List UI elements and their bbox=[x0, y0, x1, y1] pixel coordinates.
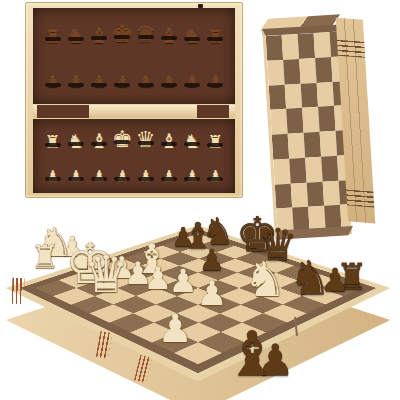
piece-white-knight-f3[interactable]: ♞ bbox=[244, 255, 287, 303]
bishop-icon: ♝ bbox=[160, 26, 178, 46]
folded-checker-cell bbox=[317, 81, 334, 107]
tray-piece-dark-pawn[interactable]: ♟ bbox=[181, 75, 203, 90]
tray-piece-dark-bishop[interactable]: ♝ bbox=[88, 26, 110, 46]
tray-light-pieces: ♜♞♝♚♛♝♞♜ ♟♟♟♟♟♟♟♟ bbox=[33, 119, 235, 193]
tray-piece-light-pawn[interactable]: ♟ bbox=[204, 169, 226, 184]
tray-piece-dark-bishop[interactable]: ♝ bbox=[158, 26, 180, 46]
king-icon: ♚ bbox=[112, 23, 133, 46]
folded-checker-cell bbox=[307, 181, 324, 207]
spine-inlay-stripes-bottom bbox=[346, 189, 374, 207]
pawn-icon: ♟ bbox=[185, 169, 198, 184]
tray-dark-pawn-row: ♟♟♟♟♟♟♟♟ bbox=[33, 75, 235, 90]
knight-icon: ♞ bbox=[67, 132, 84, 151]
storage-box-open[interactable]: ♜♞♝♚♛♝♞♜ ♟♟♟♟♟♟♟♟ ♜♞♝♚♛♝♞♜ ♟♟♟♟♟♟♟♟ bbox=[25, 2, 243, 198]
tray-piece-light-king[interactable]: ♚ bbox=[111, 128, 133, 151]
piece-white-pawn-d5[interactable]: ♟ bbox=[144, 263, 172, 294]
folded-checker-cell bbox=[301, 82, 318, 108]
folded-checker-cell bbox=[321, 156, 338, 182]
pawn-icon: ♟ bbox=[69, 169, 82, 184]
tray-piece-dark-king[interactable]: ♚ bbox=[111, 23, 133, 46]
tray-piece-dark-knight[interactable]: ♞ bbox=[65, 27, 87, 46]
tray-piece-dark-pawn[interactable]: ♟ bbox=[204, 75, 226, 90]
pawn-icon: ♟ bbox=[116, 75, 129, 90]
folded-checker-cell bbox=[302, 107, 319, 133]
pawn-icon: ♟ bbox=[162, 75, 175, 90]
box-hinge-bar bbox=[33, 105, 235, 118]
piece-dark-knight-g2[interactable]: ♞ bbox=[289, 254, 331, 301]
folded-checker-cell bbox=[305, 157, 322, 183]
pawn-icon: ♟ bbox=[46, 75, 59, 90]
piece-white-rook-b8[interactable]: ♜ bbox=[31, 241, 60, 273]
tray-piece-light-knight[interactable]: ♞ bbox=[181, 132, 203, 151]
folded-checker-cell bbox=[320, 131, 337, 157]
folded-checker-cell bbox=[298, 33, 315, 59]
folded-checker-cell bbox=[304, 132, 321, 158]
hinge-felt-left bbox=[37, 105, 89, 118]
tray-piece-dark-pawn[interactable]: ♟ bbox=[135, 75, 157, 90]
piece-dark-pawn-f6[interactable]: ♟ bbox=[199, 246, 225, 275]
queen-icon: ♛ bbox=[136, 129, 156, 151]
piece-white-pawn-e4[interactable]: ♟ bbox=[169, 265, 198, 297]
tray-piece-dark-pawn[interactable]: ♟ bbox=[88, 75, 110, 90]
folded-checker-cell bbox=[269, 84, 286, 110]
product-photo-scene: ♜♞♝♚♛♝♞♜ ♟♟♟♟♟♟♟♟ ♜♞♝♚♛♝♞♜ ♟♟♟♟♟♟♟♟ bbox=[0, 0, 400, 400]
piece-dark-bishop-captured[interactable]: ♝ bbox=[225, 323, 280, 384]
tray-dark-pieces: ♜♞♝♚♛♝♞♜ ♟♟♟♟♟♟♟♟ bbox=[33, 8, 235, 104]
folded-checker-cell bbox=[283, 59, 300, 85]
pawn-icon: ♟ bbox=[162, 169, 175, 184]
rook-icon: ♜ bbox=[207, 28, 223, 46]
folded-checker-cell bbox=[267, 60, 284, 86]
folded-checker-cell bbox=[289, 157, 306, 183]
tray-piece-light-pawn[interactable]: ♟ bbox=[111, 169, 133, 184]
tray-piece-light-bishop[interactable]: ♝ bbox=[158, 131, 180, 151]
tray-piece-light-pawn[interactable]: ♟ bbox=[42, 169, 64, 184]
folded-checker-cell bbox=[266, 35, 283, 61]
folded-checker-cell bbox=[273, 158, 290, 184]
folded-checker-cell bbox=[288, 133, 305, 159]
hinge-felt-right bbox=[197, 105, 229, 118]
rook-icon: ♜ bbox=[45, 28, 61, 46]
tray-piece-light-pawn[interactable]: ♟ bbox=[135, 169, 157, 184]
king-icon: ♚ bbox=[112, 128, 133, 151]
tray-piece-light-pawn[interactable]: ♟ bbox=[65, 169, 87, 184]
tray-piece-light-bishop[interactable]: ♝ bbox=[88, 131, 110, 151]
tray-piece-dark-queen[interactable]: ♛ bbox=[135, 24, 157, 46]
tray-piece-light-rook[interactable]: ♜ bbox=[204, 133, 226, 151]
folded-checker-cell bbox=[315, 57, 332, 83]
tray-piece-light-pawn[interactable]: ♟ bbox=[88, 169, 110, 184]
inlay-stripes-left-corner bbox=[12, 278, 25, 304]
pawn-icon: ♟ bbox=[92, 75, 105, 90]
knight-icon: ♞ bbox=[184, 27, 201, 46]
tray-piece-dark-rook[interactable]: ♜ bbox=[204, 28, 226, 46]
pawn-icon: ♟ bbox=[116, 169, 129, 184]
folded-checker-cell bbox=[318, 106, 335, 132]
folded-checker-cell bbox=[285, 83, 302, 109]
tray-piece-dark-pawn[interactable]: ♟ bbox=[111, 75, 133, 90]
bishop-icon: ♝ bbox=[90, 131, 108, 151]
knight-icon: ♞ bbox=[184, 132, 201, 151]
piece-white-pawn-d3[interactable]: ♟ bbox=[197, 276, 227, 310]
pawn-icon: ♟ bbox=[209, 75, 222, 90]
tray-piece-dark-knight[interactable]: ♞ bbox=[181, 27, 203, 46]
folded-checker-cell bbox=[270, 109, 287, 135]
tray-light-back-row: ♜♞♝♚♛♝♞♜ bbox=[33, 128, 235, 151]
pawn-icon: ♟ bbox=[209, 169, 222, 184]
bishop-icon: ♝ bbox=[90, 26, 108, 46]
folded-checker-cell bbox=[299, 58, 316, 84]
spine-inlay-stripes-top bbox=[337, 40, 365, 58]
tray-piece-dark-pawn[interactable]: ♟ bbox=[65, 75, 87, 90]
pawn-icon: ♟ bbox=[92, 169, 105, 184]
knight-icon: ♞ bbox=[67, 27, 84, 46]
piece-white-pawn-a1[interactable]: ♟ bbox=[158, 309, 193, 348]
tray-dark-back-row: ♜♞♝♚♛♝♞♜ bbox=[33, 23, 235, 46]
pawn-icon: ♟ bbox=[185, 75, 198, 90]
pawn-icon: ♟ bbox=[139, 169, 152, 184]
tray-piece-dark-pawn[interactable]: ♟ bbox=[158, 75, 180, 90]
tray-piece-light-queen[interactable]: ♛ bbox=[135, 129, 157, 151]
pawn-icon: ♟ bbox=[139, 75, 152, 90]
pawn-icon: ♟ bbox=[46, 169, 59, 184]
folded-checker-cell bbox=[314, 32, 331, 58]
folded-checker-cell bbox=[286, 108, 303, 134]
rook-icon: ♜ bbox=[45, 133, 61, 151]
tray-piece-light-pawn[interactable]: ♟ bbox=[158, 169, 180, 184]
folded-checker-cell bbox=[291, 182, 308, 208]
folded-checker-cell bbox=[272, 134, 289, 160]
tray-piece-dark-pawn[interactable]: ♟ bbox=[42, 75, 64, 90]
rook-icon: ♜ bbox=[207, 133, 223, 151]
tray-light-pawn-row: ♟♟♟♟♟♟♟♟ bbox=[33, 169, 235, 184]
tray-piece-dark-rook[interactable]: ♜ bbox=[42, 28, 64, 46]
queen-icon: ♛ bbox=[136, 24, 156, 46]
folded-checker-cell bbox=[275, 183, 292, 209]
tray-piece-light-knight[interactable]: ♞ bbox=[65, 132, 87, 151]
folded-checker-cell bbox=[282, 34, 299, 60]
pawn-icon: ♟ bbox=[69, 75, 82, 90]
bishop-icon: ♝ bbox=[160, 131, 178, 151]
piece-white-queen-b6[interactable]: ♛ bbox=[83, 249, 129, 300]
folded-checker-cell bbox=[323, 180, 340, 206]
tray-piece-light-pawn[interactable]: ♟ bbox=[181, 169, 203, 184]
tray-piece-light-rook[interactable]: ♜ bbox=[42, 133, 64, 151]
